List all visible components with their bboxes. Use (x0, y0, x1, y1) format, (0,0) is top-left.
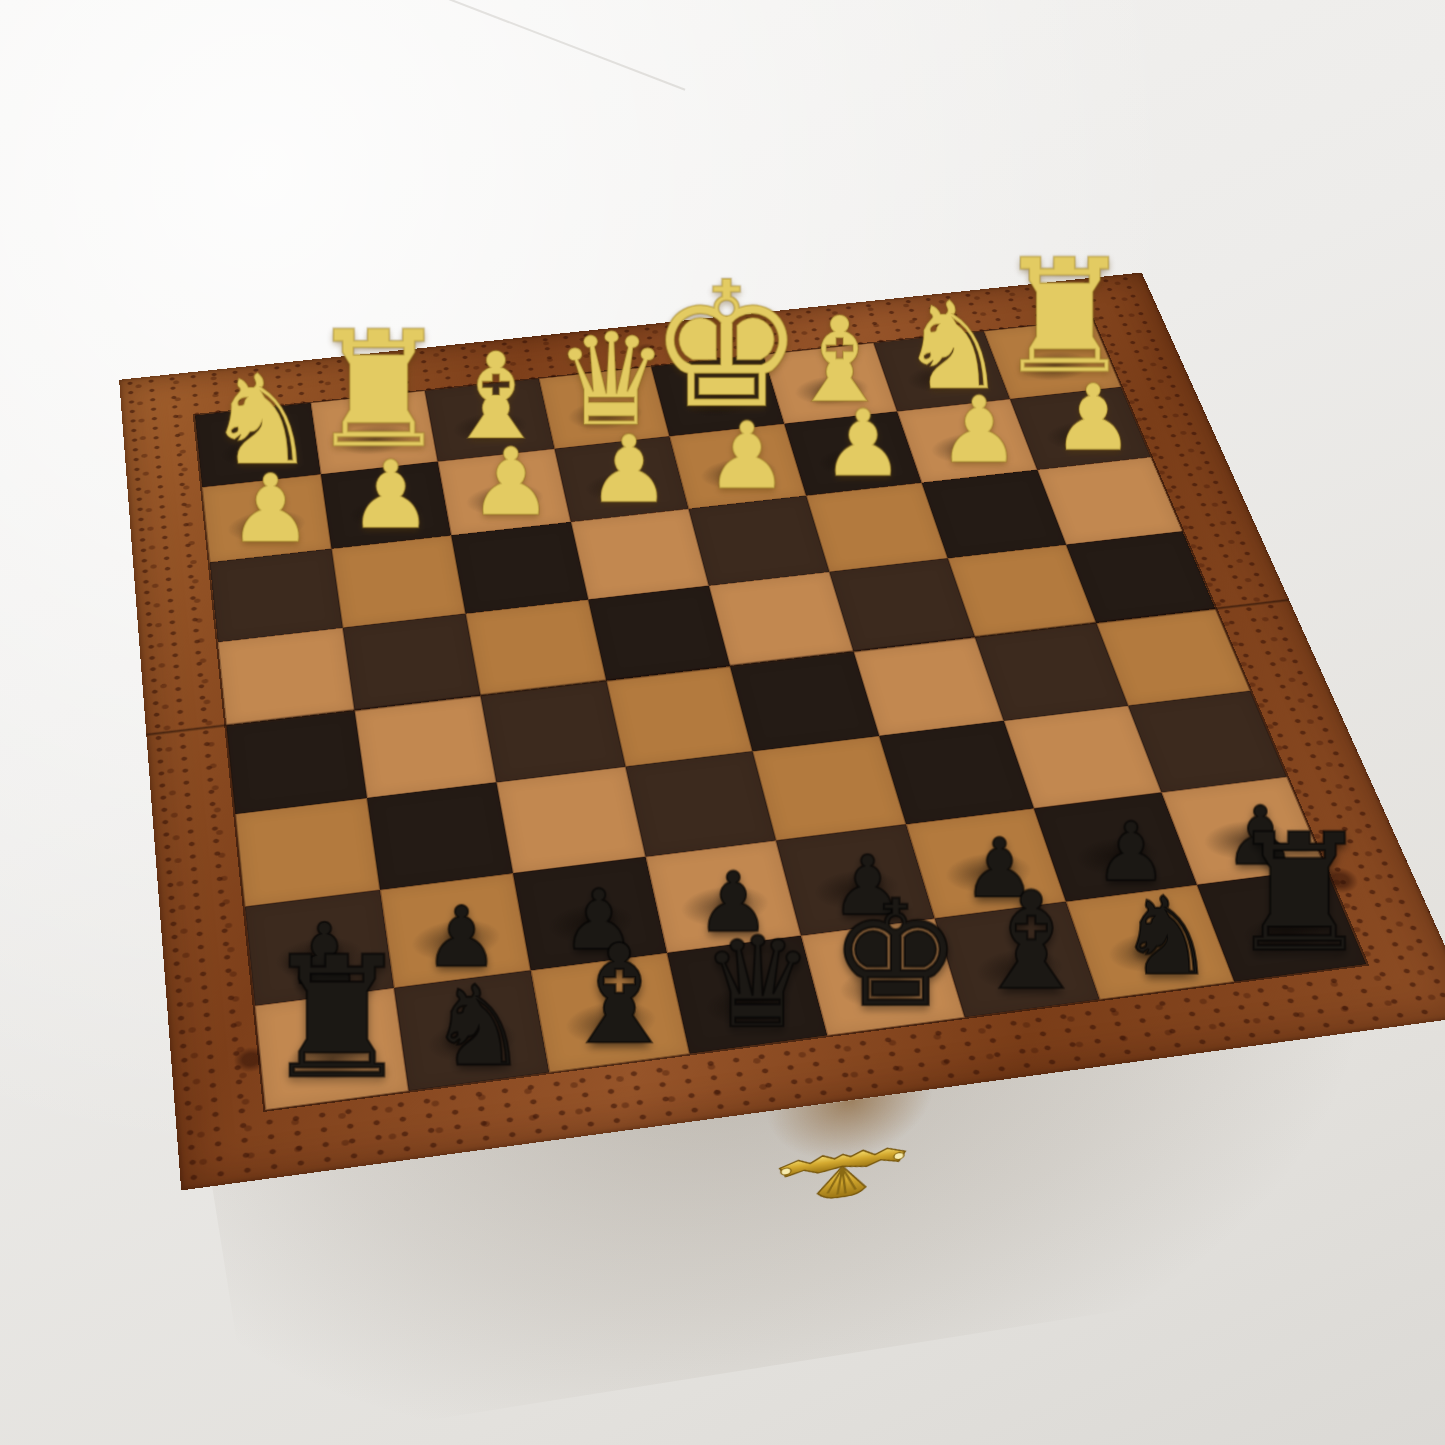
square-d3[interactable] (625, 751, 776, 857)
square-e4[interactable] (730, 651, 879, 750)
square-d1[interactable]: ♛ (666, 935, 827, 1054)
square-b6[interactable] (331, 535, 465, 627)
square-b1[interactable]: ♞ (393, 970, 549, 1091)
square-f7[interactable]: ♟ (784, 411, 922, 496)
square-e1[interactable]: ♚ (801, 918, 964, 1035)
backdrop-scratch-mark (405, 0, 686, 91)
black-rook-h1[interactable]: ♜ (1227, 817, 1373, 971)
black-bishop-f1[interactable]: ♝ (971, 878, 1092, 1006)
black-knight-g1[interactable]: ♞ (1118, 886, 1215, 989)
square-c1[interactable]: ♝ (531, 953, 689, 1073)
photo-backdrop: ♞♜♝♛♚♝♞♜♟♟♟♟♟♟♟♟♟♟♟♟♟♟♟♟♜♞♝♛♚♝♞♜ (0, 0, 1445, 1445)
square-h5[interactable] (1066, 531, 1216, 623)
black-knight-b1[interactable]: ♞ (429, 974, 528, 1079)
black-bishop-c1[interactable]: ♝ (557, 931, 680, 1061)
square-b4[interactable] (354, 695, 496, 797)
white-pawn-b7[interactable]: ♟ (349, 451, 433, 540)
square-e5[interactable] (709, 572, 853, 666)
square-a7[interactable]: ♟ (202, 474, 331, 562)
black-queen-d1[interactable]: ♛ (702, 924, 814, 1043)
white-pawn-h7[interactable]: ♟ (1052, 375, 1134, 462)
chess-box: ♞♜♝♛♚♝♞♜♟♟♟♟♟♟♟♟♟♟♟♟♟♟♟♟♜♞♝♛♚♝♞♜ (119, 273, 1445, 1191)
white-pawn-g7[interactable]: ♟ (938, 387, 1021, 474)
square-b7[interactable]: ♟ (320, 461, 451, 549)
square-d4[interactable] (606, 666, 753, 766)
square-a3[interactable] (235, 798, 379, 907)
square-e6[interactable] (689, 496, 829, 586)
black-king-e1[interactable]: ♚ (830, 885, 962, 1025)
board-grid: ♞♜♝♛♚♝♞♜♟♟♟♟♟♟♟♟♟♟♟♟♟♟♟♟♜♞♝♛♚♝♞♜ (193, 318, 1370, 1112)
square-b3[interactable] (366, 782, 513, 890)
square-d7[interactable]: ♟ (554, 436, 689, 522)
square-g7[interactable]: ♟ (897, 399, 1037, 483)
square-a6[interactable] (210, 549, 343, 642)
white-pawn-d7[interactable]: ♟ (587, 425, 671, 514)
white-pawn-f7[interactable]: ♟ (822, 400, 905, 488)
square-a4[interactable] (226, 710, 366, 813)
white-pawn-e7[interactable]: ♟ (705, 413, 788, 501)
square-a5[interactable] (218, 628, 354, 726)
square-e7[interactable]: ♟ (669, 424, 805, 509)
square-c3[interactable] (496, 766, 645, 873)
square-b5[interactable] (342, 613, 480, 710)
square-c4[interactable] (481, 681, 625, 782)
white-pawn-c7[interactable]: ♟ (469, 438, 553, 527)
square-c5[interactable] (466, 599, 606, 695)
square-d6[interactable] (570, 509, 708, 599)
square-c6[interactable] (451, 522, 587, 613)
square-g4[interactable] (975, 623, 1128, 721)
white-pawn-a7[interactable]: ♟ (228, 464, 313, 554)
square-c7[interactable]: ♟ (438, 449, 571, 536)
square-d5[interactable] (588, 585, 730, 680)
square-a1[interactable]: ♜ (255, 988, 408, 1110)
black-rook-a1[interactable]: ♜ (261, 938, 412, 1098)
